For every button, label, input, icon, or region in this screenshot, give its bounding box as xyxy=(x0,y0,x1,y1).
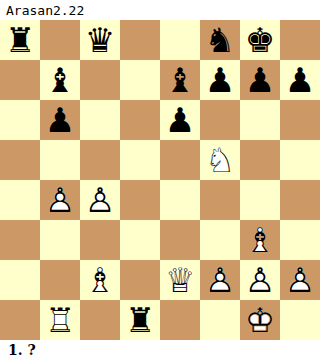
square-c4[interactable]: ♟♙ xyxy=(80,180,120,220)
square-h6[interactable] xyxy=(280,100,320,140)
square-h3[interactable] xyxy=(280,220,320,260)
square-f8[interactable]: ♞ xyxy=(200,20,240,60)
page-title: Arasan2.22 xyxy=(6,3,84,18)
piece-wP-h2: ♟♙ xyxy=(280,260,320,300)
square-h4[interactable] xyxy=(280,180,320,220)
square-d8[interactable] xyxy=(120,20,160,60)
square-b1[interactable]: ♜♖ xyxy=(40,300,80,340)
square-c1[interactable] xyxy=(80,300,120,340)
piece-bP-f7: ♟ xyxy=(200,60,240,100)
piece-wB-c2: ♝♗ xyxy=(80,260,120,300)
square-b7[interactable]: ♝ xyxy=(40,60,80,100)
square-d4[interactable] xyxy=(120,180,160,220)
piece-wQ-e2: ♛♕ xyxy=(160,260,200,300)
square-f4[interactable] xyxy=(200,180,240,220)
square-a3[interactable] xyxy=(0,220,40,260)
piece-wB-g3: ♝♗ xyxy=(240,220,280,260)
square-h7[interactable]: ♟ xyxy=(280,60,320,100)
piece-wR-b1: ♜♖ xyxy=(40,300,80,340)
square-g5[interactable] xyxy=(240,140,280,180)
square-c3[interactable] xyxy=(80,220,120,260)
piece-bB-e7: ♝ xyxy=(160,60,200,100)
square-e4[interactable] xyxy=(160,180,200,220)
piece-wN-f5: ♞♘ xyxy=(200,140,240,180)
chess-board: ♜♛♞♚♝♝♟♟♟♟♟♞♘♟♙♟♙♝♗♝♗♛♕♟♙♟♙♟♙♜♖♜♚♔ xyxy=(0,20,320,340)
piece-bN-f8: ♞ xyxy=(200,20,240,60)
piece-bP-h7: ♟ xyxy=(280,60,320,100)
square-a7[interactable] xyxy=(0,60,40,100)
square-b8[interactable] xyxy=(40,20,80,60)
square-b2[interactable] xyxy=(40,260,80,300)
white-piece-outline-layer: ♔ xyxy=(240,300,280,340)
square-d7[interactable] xyxy=(120,60,160,100)
square-e6[interactable]: ♟ xyxy=(160,100,200,140)
square-f6[interactable] xyxy=(200,100,240,140)
square-h5[interactable] xyxy=(280,140,320,180)
piece-bP-b6: ♟ xyxy=(40,100,80,140)
square-c6[interactable] xyxy=(80,100,120,140)
square-b4[interactable]: ♟♙ xyxy=(40,180,80,220)
square-d1[interactable]: ♜ xyxy=(120,300,160,340)
square-d2[interactable] xyxy=(120,260,160,300)
white-piece-outline-layer: ♕ xyxy=(160,260,200,300)
square-g3[interactable]: ♝♗ xyxy=(240,220,280,260)
piece-wP-c4: ♟♙ xyxy=(80,180,120,220)
square-a4[interactable] xyxy=(0,180,40,220)
square-h2[interactable]: ♟♙ xyxy=(280,260,320,300)
white-piece-outline-layer: ♙ xyxy=(80,180,120,220)
piece-wP-f2: ♟♙ xyxy=(200,260,240,300)
square-g1[interactable]: ♚♔ xyxy=(240,300,280,340)
square-b5[interactable] xyxy=(40,140,80,180)
square-e5[interactable] xyxy=(160,140,200,180)
square-e7[interactable]: ♝ xyxy=(160,60,200,100)
square-g7[interactable]: ♟ xyxy=(240,60,280,100)
square-g2[interactable]: ♟♙ xyxy=(240,260,280,300)
square-e3[interactable] xyxy=(160,220,200,260)
square-f2[interactable]: ♟♙ xyxy=(200,260,240,300)
piece-bB-b7: ♝ xyxy=(40,60,80,100)
square-f3[interactable] xyxy=(200,220,240,260)
square-f7[interactable]: ♟ xyxy=(200,60,240,100)
square-a5[interactable] xyxy=(0,140,40,180)
square-e2[interactable]: ♛♕ xyxy=(160,260,200,300)
white-piece-outline-layer: ♘ xyxy=(200,140,240,180)
square-f5[interactable]: ♞♘ xyxy=(200,140,240,180)
piece-wP-g2: ♟♙ xyxy=(240,260,280,300)
piece-bQ-c8: ♛ xyxy=(80,20,120,60)
square-c8[interactable]: ♛ xyxy=(80,20,120,60)
square-d5[interactable] xyxy=(120,140,160,180)
square-a1[interactable] xyxy=(0,300,40,340)
white-piece-outline-layer: ♙ xyxy=(40,180,80,220)
square-f1[interactable] xyxy=(200,300,240,340)
square-c7[interactable] xyxy=(80,60,120,100)
piece-bP-e6: ♟ xyxy=(160,100,200,140)
piece-wP-b4: ♟♙ xyxy=(40,180,80,220)
square-h8[interactable] xyxy=(280,20,320,60)
square-h1[interactable] xyxy=(280,300,320,340)
square-c5[interactable] xyxy=(80,140,120,180)
square-a2[interactable] xyxy=(0,260,40,300)
square-e1[interactable] xyxy=(160,300,200,340)
square-g6[interactable] xyxy=(240,100,280,140)
piece-wK-g1: ♚♔ xyxy=(240,300,280,340)
white-piece-outline-layer: ♙ xyxy=(280,260,320,300)
square-a6[interactable] xyxy=(0,100,40,140)
white-piece-outline-layer: ♖ xyxy=(40,300,80,340)
square-d6[interactable] xyxy=(120,100,160,140)
move-prompt: 1. ? xyxy=(8,342,36,358)
status-bar: 1. ? xyxy=(0,340,320,360)
piece-bR-d1: ♜ xyxy=(120,300,160,340)
square-e8[interactable] xyxy=(160,20,200,60)
square-a8[interactable]: ♜ xyxy=(0,20,40,60)
piece-bP-g7: ♟ xyxy=(240,60,280,100)
square-b3[interactable] xyxy=(40,220,80,260)
square-g8[interactable]: ♚ xyxy=(240,20,280,60)
arasan-window: Arasan2.22 ♜♛♞♚♝♝♟♟♟♟♟♞♘♟♙♟♙♝♗♝♗♛♕♟♙♟♙♟♙… xyxy=(0,0,320,360)
white-piece-outline-layer: ♗ xyxy=(240,220,280,260)
square-g4[interactable] xyxy=(240,180,280,220)
square-d3[interactable] xyxy=(120,220,160,260)
title-bar: Arasan2.22 xyxy=(0,0,320,20)
square-c2[interactable]: ♝♗ xyxy=(80,260,120,300)
white-piece-outline-layer: ♙ xyxy=(200,260,240,300)
piece-bR-a8: ♜ xyxy=(0,20,40,60)
square-b6[interactable]: ♟ xyxy=(40,100,80,140)
white-piece-outline-layer: ♗ xyxy=(80,260,120,300)
white-piece-outline-layer: ♙ xyxy=(240,260,280,300)
piece-bK-g8: ♚ xyxy=(240,20,280,60)
